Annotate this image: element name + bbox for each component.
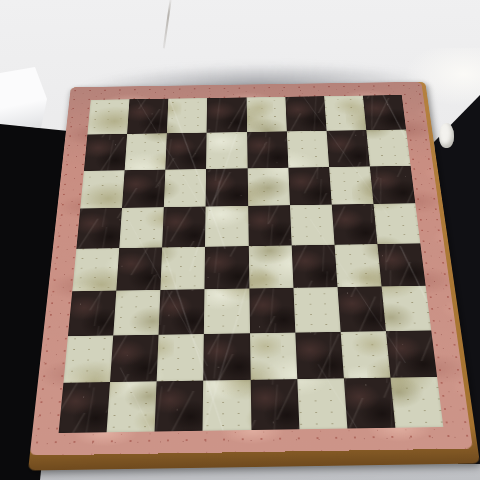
photo-scene <box>0 0 480 480</box>
square-h2[interactable] <box>386 330 437 378</box>
square-d1[interactable] <box>203 380 251 431</box>
square-g8[interactable] <box>324 96 366 131</box>
square-b2[interactable] <box>110 334 159 382</box>
square-h4[interactable] <box>377 243 425 286</box>
square-c4[interactable] <box>161 247 206 290</box>
white-object <box>439 123 454 148</box>
square-e8[interactable] <box>246 97 286 132</box>
square-f8[interactable] <box>285 96 326 131</box>
chessboard <box>28 82 480 471</box>
square-c6[interactable] <box>164 169 206 208</box>
square-h1[interactable] <box>390 377 443 428</box>
pink-marble-border <box>30 82 473 456</box>
square-a4[interactable] <box>72 248 119 291</box>
square-f6[interactable] <box>288 167 331 206</box>
square-h5[interactable] <box>373 203 420 244</box>
square-e5[interactable] <box>248 205 292 246</box>
square-a6[interactable] <box>80 170 125 209</box>
square-g7[interactable] <box>326 130 369 167</box>
square-f7[interactable] <box>287 131 329 168</box>
square-e6[interactable] <box>247 167 289 206</box>
square-d3[interactable] <box>204 288 249 333</box>
square-d6[interactable] <box>206 168 248 207</box>
square-b5[interactable] <box>119 207 164 248</box>
square-b3[interactable] <box>113 290 160 335</box>
square-b7[interactable] <box>125 133 167 170</box>
square-c7[interactable] <box>166 132 207 169</box>
square-h8[interactable] <box>363 95 406 130</box>
square-f1[interactable] <box>297 379 347 430</box>
square-e3[interactable] <box>249 288 295 333</box>
square-f2[interactable] <box>295 331 344 379</box>
square-d2[interactable] <box>204 333 251 381</box>
square-g6[interactable] <box>329 166 374 205</box>
square-f3[interactable] <box>293 287 340 332</box>
square-e7[interactable] <box>247 131 288 168</box>
square-d5[interactable] <box>205 206 248 247</box>
square-g4[interactable] <box>334 244 381 287</box>
square-e1[interactable] <box>250 379 299 430</box>
square-c1[interactable] <box>155 381 204 432</box>
square-d7[interactable] <box>206 132 247 169</box>
square-f4[interactable] <box>291 245 337 288</box>
square-d4[interactable] <box>205 246 249 289</box>
square-a7[interactable] <box>84 134 127 171</box>
square-a3[interactable] <box>68 290 116 335</box>
square-a2[interactable] <box>63 335 113 383</box>
square-g1[interactable] <box>344 378 396 429</box>
square-c3[interactable] <box>159 289 205 334</box>
square-g2[interactable] <box>340 331 390 379</box>
square-h6[interactable] <box>370 165 416 204</box>
square-a8[interactable] <box>87 99 129 134</box>
square-h3[interactable] <box>381 286 431 331</box>
square-e2[interactable] <box>250 332 297 380</box>
square-b8[interactable] <box>127 99 168 134</box>
square-g5[interactable] <box>332 204 378 245</box>
square-c2[interactable] <box>157 334 204 382</box>
square-d8[interactable] <box>207 97 247 132</box>
square-b1[interactable] <box>107 382 157 433</box>
square-g3[interactable] <box>337 286 386 331</box>
square-b4[interactable] <box>116 247 162 290</box>
square-f5[interactable] <box>290 205 335 246</box>
square-e4[interactable] <box>248 245 293 288</box>
square-c5[interactable] <box>162 207 206 248</box>
square-b6[interactable] <box>122 169 165 208</box>
square-a1[interactable] <box>59 382 111 433</box>
square-h7[interactable] <box>366 129 410 166</box>
board-grid <box>59 95 444 433</box>
square-a5[interactable] <box>76 208 122 249</box>
square-c8[interactable] <box>167 98 207 133</box>
